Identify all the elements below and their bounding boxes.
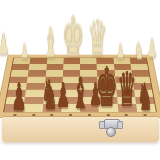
board-cell bbox=[80, 104, 99, 112]
board-cell bbox=[117, 104, 137, 112]
clasp-knob bbox=[106, 127, 116, 137]
board-cell bbox=[80, 83, 98, 90]
board-cell bbox=[62, 76, 80, 83]
board-cell bbox=[98, 83, 116, 90]
box-front-side bbox=[2, 116, 159, 142]
board-cell bbox=[135, 97, 155, 104]
chess-board bbox=[0, 55, 160, 118]
board-cell bbox=[4, 104, 24, 112]
board-cell bbox=[115, 76, 133, 83]
board-cell bbox=[45, 76, 63, 83]
board-cell bbox=[44, 83, 62, 90]
board-cell bbox=[26, 83, 45, 90]
board-cell bbox=[23, 104, 43, 112]
board-cell bbox=[117, 97, 136, 104]
board-cell bbox=[62, 90, 80, 97]
board-cell bbox=[62, 83, 80, 90]
board-grid bbox=[4, 58, 156, 112]
board-cell bbox=[43, 97, 62, 104]
board-cell bbox=[27, 76, 45, 83]
board-cell bbox=[116, 90, 135, 97]
board-cell bbox=[80, 76, 98, 83]
board-cell bbox=[98, 97, 117, 104]
board-cell bbox=[136, 104, 156, 112]
board-cell bbox=[42, 104, 61, 112]
board-cell bbox=[7, 90, 26, 97]
board-cell bbox=[9, 76, 28, 83]
clasp bbox=[99, 118, 123, 139]
board-cell bbox=[80, 90, 98, 97]
board-cell bbox=[99, 104, 118, 112]
board-cell bbox=[61, 97, 80, 104]
board-cell bbox=[8, 83, 27, 90]
board-cell bbox=[98, 90, 117, 97]
board-cell bbox=[97, 76, 115, 83]
board-cell bbox=[115, 83, 134, 90]
chess-set-photo: ♟♟♝♚♛♟♞♟♚♛♟♝♟♟♞♞ bbox=[0, 0, 160, 160]
board-cell bbox=[6, 97, 26, 104]
board-cell bbox=[24, 97, 43, 104]
board-cell bbox=[43, 90, 62, 97]
board-cell bbox=[61, 104, 80, 112]
clasp-right-wing bbox=[117, 121, 123, 129]
board-cell bbox=[80, 97, 99, 104]
board-cell bbox=[25, 90, 44, 97]
board-cell bbox=[132, 76, 151, 83]
board-cell bbox=[134, 90, 153, 97]
board-cell bbox=[133, 83, 152, 90]
